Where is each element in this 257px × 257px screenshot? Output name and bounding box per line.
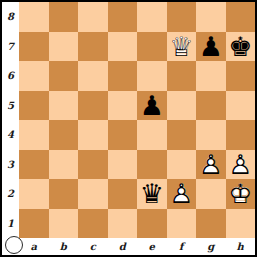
square-b5[interactable] <box>49 91 79 121</box>
square-b6[interactable] <box>49 61 79 91</box>
square-h7[interactable]: ♚ <box>226 32 256 62</box>
diagram-inner: ♛♕♟♚♟♟♙♟♙♛♟♙♚♔ 8 7 6 5 4 3 2 1 a b c d e… <box>2 2 255 255</box>
square-c8[interactable] <box>78 2 108 32</box>
square-h2[interactable]: ♚♔ <box>226 179 256 209</box>
square-e7[interactable] <box>137 32 167 62</box>
square-g6[interactable] <box>196 61 226 91</box>
square-b4[interactable] <box>49 120 79 150</box>
square-a2[interactable] <box>19 179 49 209</box>
square-c6[interactable] <box>78 61 108 91</box>
square-c2[interactable] <box>78 179 108 209</box>
white-pawn-icon: ♟♙ <box>167 179 197 209</box>
square-d7[interactable] <box>108 32 138 62</box>
rank-label-2: 2 <box>2 179 19 209</box>
square-a8[interactable] <box>19 2 49 32</box>
black-pawn-icon: ♟ <box>196 32 226 62</box>
black-pawn-icon: ♟ <box>137 91 167 121</box>
square-g7[interactable]: ♟ <box>196 32 226 62</box>
square-d8[interactable] <box>108 2 138 32</box>
rank-label-4: 4 <box>2 120 19 150</box>
file-label-e: e <box>137 238 167 255</box>
square-d1[interactable] <box>108 209 138 239</box>
rank-label-5: 5 <box>2 91 19 121</box>
file-label-f: f <box>167 238 197 255</box>
file-label-a: a <box>19 238 49 255</box>
square-a1[interactable] <box>19 209 49 239</box>
square-e3[interactable] <box>137 150 167 180</box>
white-to-move-indicator <box>5 236 23 254</box>
square-e8[interactable] <box>137 2 167 32</box>
square-e1[interactable] <box>137 209 167 239</box>
square-d3[interactable] <box>108 150 138 180</box>
square-g8[interactable] <box>196 2 226 32</box>
square-b3[interactable] <box>49 150 79 180</box>
square-h6[interactable] <box>226 61 256 91</box>
square-f2[interactable]: ♟♙ <box>167 179 197 209</box>
white-king-icon: ♚♔ <box>226 179 256 209</box>
square-e2[interactable]: ♛ <box>137 179 167 209</box>
square-f5[interactable] <box>167 91 197 121</box>
file-label-d: d <box>108 238 138 255</box>
square-f6[interactable] <box>167 61 197 91</box>
square-c4[interactable] <box>78 120 108 150</box>
square-f8[interactable] <box>167 2 197 32</box>
file-label-b: b <box>49 238 79 255</box>
square-f7[interactable]: ♛♕ <box>167 32 197 62</box>
square-g4[interactable] <box>196 120 226 150</box>
square-c1[interactable] <box>78 209 108 239</box>
black-queen-icon: ♛ <box>137 179 167 209</box>
square-g5[interactable] <box>196 91 226 121</box>
file-label-c: c <box>78 238 108 255</box>
square-h1[interactable] <box>226 209 256 239</box>
square-a4[interactable] <box>19 120 49 150</box>
square-f4[interactable] <box>167 120 197 150</box>
rank-label-6: 6 <box>2 61 19 91</box>
square-b8[interactable] <box>49 2 79 32</box>
square-f1[interactable] <box>167 209 197 239</box>
white-queen-icon: ♛♕ <box>167 32 197 62</box>
rank-label-1: 1 <box>2 209 19 239</box>
file-label-g: g <box>196 238 226 255</box>
file-labels: a b c d e f g h <box>19 238 255 255</box>
square-d6[interactable] <box>108 61 138 91</box>
square-c5[interactable] <box>78 91 108 121</box>
chess-diagram: ♛♕♟♚♟♟♙♟♙♛♟♙♚♔ 8 7 6 5 4 3 2 1 a b c d e… <box>0 0 257 257</box>
rank-label-7: 7 <box>2 32 19 62</box>
square-e5[interactable]: ♟ <box>137 91 167 121</box>
square-h4[interactable] <box>226 120 256 150</box>
square-h5[interactable] <box>226 91 256 121</box>
white-pawn-icon: ♟♙ <box>226 150 256 180</box>
square-g3[interactable]: ♟♙ <box>196 150 226 180</box>
square-a5[interactable] <box>19 91 49 121</box>
chess-board: ♛♕♟♚♟♟♙♟♙♛♟♙♚♔ <box>19 2 255 238</box>
square-a7[interactable] <box>19 32 49 62</box>
rank-label-3: 3 <box>2 150 19 180</box>
square-a6[interactable] <box>19 61 49 91</box>
file-label-h: h <box>226 238 256 255</box>
square-h3[interactable]: ♟♙ <box>226 150 256 180</box>
rank-label-8: 8 <box>2 2 19 32</box>
square-b1[interactable] <box>49 209 79 239</box>
square-c7[interactable] <box>78 32 108 62</box>
square-g2[interactable] <box>196 179 226 209</box>
square-e6[interactable] <box>137 61 167 91</box>
square-a3[interactable] <box>19 150 49 180</box>
square-d5[interactable] <box>108 91 138 121</box>
square-g1[interactable] <box>196 209 226 239</box>
square-f3[interactable] <box>167 150 197 180</box>
white-pawn-icon: ♟♙ <box>196 150 226 180</box>
black-king-icon: ♚ <box>226 32 256 62</box>
square-d4[interactable] <box>108 120 138 150</box>
square-h8[interactable] <box>226 2 256 32</box>
rank-labels: 8 7 6 5 4 3 2 1 <box>2 2 19 238</box>
square-b2[interactable] <box>49 179 79 209</box>
square-d2[interactable] <box>108 179 138 209</box>
square-c3[interactable] <box>78 150 108 180</box>
square-e4[interactable] <box>137 120 167 150</box>
square-b7[interactable] <box>49 32 79 62</box>
